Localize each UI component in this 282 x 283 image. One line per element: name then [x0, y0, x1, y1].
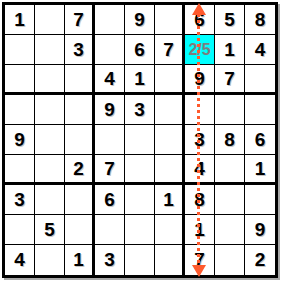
cell-r3c2[interactable] — [35, 65, 65, 95]
cell-r1c9[interactable]: 8 — [245, 5, 275, 35]
cell-r7c3[interactable] — [65, 185, 95, 215]
cell-r8c5[interactable] — [125, 215, 155, 245]
cell-r5c8[interactable]: 8 — [215, 125, 245, 155]
cell-r9c4[interactable]: 3 — [95, 245, 125, 275]
cell-r4c2[interactable] — [35, 95, 65, 125]
cell-r5c4[interactable] — [95, 125, 125, 155]
cell-r3c6[interactable] — [155, 65, 185, 95]
cell-r8c8[interactable] — [215, 215, 245, 245]
cell-r3c3[interactable] — [65, 65, 95, 95]
cell-r2c7[interactable]: 2/5 — [185, 35, 215, 65]
cell-r6c9[interactable]: 1 — [245, 155, 275, 185]
cell-r6c6[interactable] — [155, 155, 185, 185]
cell-r8c9[interactable]: 9 — [245, 215, 275, 245]
cell-r6c4[interactable]: 7 — [95, 155, 125, 185]
cell-r4c3[interactable] — [65, 95, 95, 125]
cell-r9c9[interactable]: 2 — [245, 245, 275, 275]
cell-r7c8[interactable] — [215, 185, 245, 215]
cell-r1c2[interactable] — [35, 5, 65, 35]
cell-r7c7[interactable]: 8 — [185, 185, 215, 215]
cell-r6c8[interactable] — [215, 155, 245, 185]
cell-r8c3[interactable] — [65, 215, 95, 245]
cell-r3c4[interactable]: 4 — [95, 65, 125, 95]
cell-r3c1[interactable] — [5, 65, 35, 95]
cell-r6c7[interactable]: 4 — [185, 155, 215, 185]
cell-r1c1[interactable]: 1 — [5, 5, 35, 35]
cell-r4c5[interactable]: 3 — [125, 95, 155, 125]
cell-r1c7[interactable]: 6 — [185, 5, 215, 35]
sudoku-app: 1796583672/51441979393862741361851941372 — [0, 0, 282, 283]
cell-r4c9[interactable] — [245, 95, 275, 125]
cell-r2c1[interactable] — [5, 35, 35, 65]
cell-r4c8[interactable] — [215, 95, 245, 125]
cell-r6c2[interactable] — [35, 155, 65, 185]
cell-r7c5[interactable] — [125, 185, 155, 215]
cell-r7c6[interactable]: 1 — [155, 185, 185, 215]
cell-r7c1[interactable]: 3 — [5, 185, 35, 215]
cell-r1c4[interactable] — [95, 5, 125, 35]
cell-r7c4[interactable]: 6 — [95, 185, 125, 215]
cell-r7c9[interactable] — [245, 185, 275, 215]
cell-r5c3[interactable] — [65, 125, 95, 155]
cell-r9c5[interactable] — [125, 245, 155, 275]
cell-r5c1[interactable]: 9 — [5, 125, 35, 155]
cell-r2c5[interactable]: 6 — [125, 35, 155, 65]
cell-r9c8[interactable] — [215, 245, 245, 275]
cell-r8c2[interactable]: 5 — [35, 215, 65, 245]
cell-r9c6[interactable] — [155, 245, 185, 275]
cell-r8c4[interactable] — [95, 215, 125, 245]
cell-r2c8[interactable]: 1 — [215, 35, 245, 65]
cell-r2c2[interactable] — [35, 35, 65, 65]
cell-r4c1[interactable] — [5, 95, 35, 125]
cell-r4c7[interactable] — [185, 95, 215, 125]
cell-r3c7[interactable]: 9 — [185, 65, 215, 95]
cell-r5c2[interactable] — [35, 125, 65, 155]
cell-r9c3[interactable]: 1 — [65, 245, 95, 275]
cell-r3c5[interactable]: 1 — [125, 65, 155, 95]
cell-r1c5[interactable]: 9 — [125, 5, 155, 35]
cell-r8c1[interactable] — [5, 215, 35, 245]
sudoku-board: 1796583672/51441979393862741361851941372 — [2, 2, 278, 278]
cell-r2c6[interactable]: 7 — [155, 35, 185, 65]
cell-r6c1[interactable] — [5, 155, 35, 185]
cell-r1c6[interactable] — [155, 5, 185, 35]
cell-r3c9[interactable] — [245, 65, 275, 95]
cell-r9c1[interactable]: 4 — [5, 245, 35, 275]
cell-r4c6[interactable] — [155, 95, 185, 125]
cell-r5c7[interactable]: 3 — [185, 125, 215, 155]
cell-r6c5[interactable] — [125, 155, 155, 185]
cell-r2c4[interactable] — [95, 35, 125, 65]
cell-r1c3[interactable]: 7 — [65, 5, 95, 35]
cell-r9c7[interactable]: 7 — [185, 245, 215, 275]
cell-r9c2[interactable] — [35, 245, 65, 275]
cell-r5c5[interactable] — [125, 125, 155, 155]
cell-r2c3[interactable]: 3 — [65, 35, 95, 65]
cell-r5c9[interactable]: 6 — [245, 125, 275, 155]
cell-r8c7[interactable]: 1 — [185, 215, 215, 245]
cell-r7c2[interactable] — [35, 185, 65, 215]
cell-r5c6[interactable] — [155, 125, 185, 155]
cell-r1c8[interactable]: 5 — [215, 5, 245, 35]
cell-r2c9[interactable]: 4 — [245, 35, 275, 65]
cell-r3c8[interactable]: 7 — [215, 65, 245, 95]
cell-r8c6[interactable] — [155, 215, 185, 245]
cell-r6c3[interactable]: 2 — [65, 155, 95, 185]
cell-r4c4[interactable]: 9 — [95, 95, 125, 125]
